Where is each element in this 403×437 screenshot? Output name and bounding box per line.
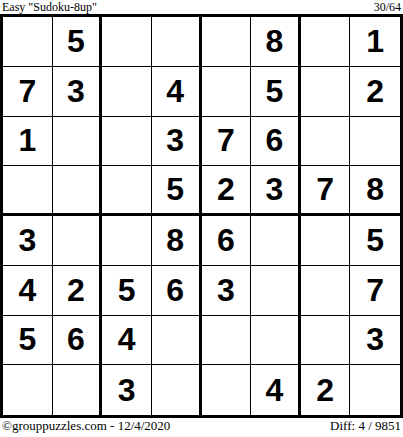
footer: ©grouppuzzles.com - 12/4/2020 Diff: 4 / … [2, 418, 401, 434]
difficulty-text: Diff: 4 / 9851 [330, 418, 401, 434]
cell-r7c2[interactable]: 6 [53, 316, 103, 366]
cell-r5c1[interactable]: 3 [3, 216, 53, 266]
cell-r5c3[interactable] [102, 216, 152, 266]
cell-r8c6[interactable]: 4 [251, 365, 301, 415]
puzzle-title: Easy "Sudoku-8up" [2, 1, 97, 14]
cell-r4c3[interactable] [102, 166, 152, 216]
cell-r4c8[interactable]: 8 [350, 166, 400, 216]
cell-r1c3[interactable] [102, 17, 152, 67]
cell-r5c8[interactable]: 5 [350, 216, 400, 266]
cell-r4c7[interactable]: 7 [301, 166, 351, 216]
cell-r8c2[interactable] [53, 365, 103, 415]
cell-r3c6[interactable]: 6 [251, 117, 301, 167]
cell-r6c4[interactable]: 6 [152, 266, 202, 316]
cell-r6c7[interactable] [301, 266, 351, 316]
copyright-text: ©grouppuzzles.com - 12/4/2020 [2, 418, 170, 434]
cell-r2c8[interactable]: 2 [350, 67, 400, 117]
cell-r2c5[interactable] [202, 67, 252, 117]
cell-r6c5[interactable]: 3 [202, 266, 252, 316]
cell-r7c7[interactable] [301, 316, 351, 366]
cell-r8c8[interactable] [350, 365, 400, 415]
cell-r8c5[interactable] [202, 365, 252, 415]
cell-r7c1[interactable]: 5 [3, 316, 53, 366]
cell-r2c4[interactable]: 4 [152, 67, 202, 117]
cell-r1c7[interactable] [301, 17, 351, 67]
cell-r4c2[interactable] [53, 166, 103, 216]
cell-r7c6[interactable] [251, 316, 301, 366]
puzzle-page: Easy "Sudoku-8up" 30/64 5817345213765237… [0, 0, 403, 437]
cell-r2c2[interactable]: 3 [53, 67, 103, 117]
cell-r1c5[interactable] [202, 17, 252, 67]
cell-r5c2[interactable] [53, 216, 103, 266]
cell-r8c4[interactable] [152, 365, 202, 415]
cell-r6c1[interactable]: 4 [3, 266, 53, 316]
cell-r1c6[interactable]: 8 [251, 17, 301, 67]
cell-r2c3[interactable] [102, 67, 152, 117]
cell-r5c7[interactable] [301, 216, 351, 266]
cell-r6c8[interactable]: 7 [350, 266, 400, 316]
cell-r8c3[interactable]: 3 [102, 365, 152, 415]
puzzle-counter: 30/64 [374, 1, 401, 14]
cell-r1c4[interactable] [152, 17, 202, 67]
cell-r4c1[interactable] [3, 166, 53, 216]
cell-r4c4[interactable]: 5 [152, 166, 202, 216]
cell-r8c7[interactable]: 2 [301, 365, 351, 415]
cell-r3c5[interactable]: 7 [202, 117, 252, 167]
cell-r5c4[interactable]: 8 [152, 216, 202, 266]
cell-r7c5[interactable] [202, 316, 252, 366]
cell-r1c8[interactable]: 1 [350, 17, 400, 67]
cell-r3c1[interactable]: 1 [3, 117, 53, 167]
cell-r1c2[interactable]: 5 [53, 17, 103, 67]
cell-r2c7[interactable] [301, 67, 351, 117]
cell-r2c1[interactable]: 7 [3, 67, 53, 117]
cell-r6c3[interactable]: 5 [102, 266, 152, 316]
cell-r6c6[interactable] [251, 266, 301, 316]
header: Easy "Sudoku-8up" 30/64 [2, 0, 401, 14]
cell-r6c2[interactable]: 2 [53, 266, 103, 316]
cell-r5c5[interactable]: 6 [202, 216, 252, 266]
cell-r8c1[interactable] [3, 365, 53, 415]
cell-r3c7[interactable] [301, 117, 351, 167]
sudoku-board: 5817345213765237838654256375643342 [0, 14, 403, 418]
cell-r3c8[interactable] [350, 117, 400, 167]
cell-r7c8[interactable]: 3 [350, 316, 400, 366]
cell-r3c4[interactable]: 3 [152, 117, 202, 167]
cell-r3c3[interactable] [102, 117, 152, 167]
cell-r7c3[interactable]: 4 [102, 316, 152, 366]
cell-r2c6[interactable]: 5 [251, 67, 301, 117]
cell-r1c1[interactable] [3, 17, 53, 67]
cell-r5c6[interactable] [251, 216, 301, 266]
cell-r7c4[interactable] [152, 316, 202, 366]
cell-r3c2[interactable] [53, 117, 103, 167]
cell-r4c6[interactable]: 3 [251, 166, 301, 216]
cell-r4c5[interactable]: 2 [202, 166, 252, 216]
